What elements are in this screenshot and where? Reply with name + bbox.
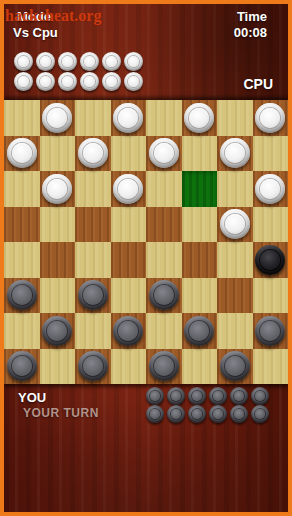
board-cell[interactable] [217,242,253,278]
player-tray-piece [209,405,227,423]
board-cell[interactable] [146,136,182,172]
dark-piece[interactable] [7,280,37,310]
board-cell[interactable] [40,100,76,136]
player-tray [146,387,269,423]
board-cell[interactable] [217,171,253,207]
cpu-tray-piece [14,72,33,91]
board-cell[interactable] [146,171,182,207]
board-cell[interactable] [217,100,253,136]
board-cell[interactable] [146,313,182,349]
dark-piece[interactable] [255,316,285,346]
player-tray-piece [209,387,227,405]
cpu-label: CPU [243,76,273,92]
board-cell[interactable] [111,278,147,314]
board-cell[interactable] [217,207,253,243]
player-tray-piece [230,405,248,423]
board-cell[interactable] [75,136,111,172]
player-tray-piece [167,405,185,423]
app-frame: hackcheat.org Mode Vs Cpu Time 00:08 CPU… [0,0,292,516]
board-cell[interactable] [146,100,182,136]
board-cell[interactable] [4,313,40,349]
board-cell[interactable] [217,136,253,172]
board-cell[interactable] [253,278,289,314]
turn-status: YOUR TURN [23,406,99,420]
board-cell[interactable] [146,349,182,385]
board-cell[interactable] [217,278,253,314]
board-cell[interactable] [40,171,76,207]
board-cell[interactable] [111,242,147,278]
dark-piece[interactable] [184,316,214,346]
white-piece[interactable] [255,174,285,204]
player-tray-piece [146,387,164,405]
board-cell[interactable] [75,278,111,314]
white-piece[interactable] [42,174,72,204]
board-cell[interactable] [75,100,111,136]
board-cell[interactable] [40,313,76,349]
board-cell[interactable] [182,349,218,385]
white-piece[interactable] [220,209,250,239]
board-cell[interactable] [40,278,76,314]
board-cell[interactable] [111,313,147,349]
board-cell[interactable] [111,349,147,385]
dark-piece[interactable] [149,351,179,381]
board-cell[interactable] [253,100,289,136]
board-cell[interactable] [182,278,218,314]
board-cell[interactable] [75,171,111,207]
board-cell[interactable] [146,207,182,243]
player-tray-piece [230,387,248,405]
time-label: Time [234,9,267,25]
white-piece[interactable] [255,103,285,133]
cpu-tray-piece [14,52,33,71]
board-cell[interactable] [4,242,40,278]
board-cell[interactable] [217,349,253,385]
board-cell[interactable] [253,207,289,243]
dark-piece[interactable] [149,280,179,310]
dark-piece[interactable] [7,351,37,381]
board-cell[interactable] [253,171,289,207]
board-cell-highlighted[interactable] [182,171,218,207]
cpu-tray-piece [36,72,55,91]
player-tray-piece [251,405,269,423]
board-cell[interactable] [111,171,147,207]
white-piece[interactable] [7,138,37,168]
board-cell[interactable] [182,136,218,172]
board-cell[interactable] [182,207,218,243]
board-cell[interactable] [40,349,76,385]
board-cell[interactable] [75,242,111,278]
board-cell[interactable] [253,242,289,278]
white-piece[interactable] [113,174,143,204]
time-box: Time 00:08 [234,9,267,41]
white-piece[interactable] [220,138,250,168]
white-piece[interactable] [42,103,72,133]
checkers-board[interactable] [4,100,288,384]
board-cell[interactable] [4,207,40,243]
app-screen: hackcheat.org Mode Vs Cpu Time 00:08 CPU… [4,4,288,512]
dark-piece[interactable] [113,316,143,346]
dark-piece[interactable] [255,245,285,275]
dark-piece[interactable] [220,351,250,381]
board-cell[interactable] [40,207,76,243]
board-cell[interactable] [4,136,40,172]
player-tray-piece [188,387,206,405]
board-cell[interactable] [253,349,289,385]
dark-piece[interactable] [78,351,108,381]
board-cell[interactable] [182,242,218,278]
board-cell[interactable] [111,136,147,172]
board-cell[interactable] [40,136,76,172]
white-piece[interactable] [149,138,179,168]
player-tray-piece [188,405,206,423]
board-cell[interactable] [111,100,147,136]
dark-piece[interactable] [78,280,108,310]
board-cell[interactable] [75,207,111,243]
white-piece[interactable] [184,103,214,133]
board-cell[interactable] [182,100,218,136]
mode-value: Vs Cpu [13,25,58,41]
player-tray-piece [251,387,269,405]
player-label: YOU [18,390,46,405]
time-value: 00:08 [234,25,267,41]
player-tray-piece [146,405,164,423]
board-cell[interactable] [146,242,182,278]
cpu-tray-piece [102,52,121,71]
board-cell[interactable] [217,313,253,349]
board-cell[interactable] [40,242,76,278]
player-tray-piece [167,387,185,405]
board-cell[interactable] [4,171,40,207]
cpu-tray-piece [102,72,121,91]
board-cell[interactable] [253,313,289,349]
board-cell[interactable] [146,278,182,314]
cpu-tray-piece [124,52,143,71]
board-cell[interactable] [4,349,40,385]
cpu-tray [14,52,143,91]
cpu-tray-piece [80,52,99,71]
board-cell[interactable] [111,207,147,243]
cpu-tray-piece [124,72,143,91]
dark-piece[interactable] [42,316,72,346]
board-cell[interactable] [253,136,289,172]
cpu-tray-piece [58,72,77,91]
board-cell[interactable] [182,313,218,349]
board-cell[interactable] [75,313,111,349]
white-piece[interactable] [78,138,108,168]
board-cell[interactable] [4,278,40,314]
cpu-tray-piece [80,72,99,91]
watermark-text: hackcheat.org [5,7,101,25]
board-cell[interactable] [4,100,40,136]
board-cell[interactable] [75,349,111,385]
cpu-tray-piece [58,52,77,71]
white-piece[interactable] [113,103,143,133]
cpu-tray-piece [36,52,55,71]
